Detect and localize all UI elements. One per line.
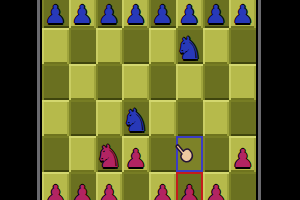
square-d7[interactable]: ♟ [122, 0, 149, 28]
red-pawn-d3: ♟ [124, 146, 146, 171]
square-e4[interactable] [149, 100, 176, 136]
square-h6[interactable] [229, 28, 256, 64]
square-c2[interactable]: ♟ [96, 172, 123, 200]
square-d5[interactable] [122, 64, 149, 100]
square-a2[interactable]: ♟ [42, 172, 69, 200]
red-pawn-g2: ♟ [205, 182, 227, 200]
square-b5[interactable] [69, 64, 96, 100]
game-screen: ♟♟♟♟♟♟♟♟♞♞♞♟♟♟♟♟♟♟♟ [0, 0, 300, 200]
square-e7[interactable]: ♟ [149, 0, 176, 28]
square-e3[interactable] [149, 136, 176, 172]
square-d2[interactable] [122, 172, 149, 200]
blue-pawn-b7: ♟ [71, 2, 93, 27]
square-g2[interactable]: ♟ [203, 172, 230, 200]
square-h2[interactable] [229, 172, 256, 200]
square-c7[interactable]: ♟ [96, 0, 123, 28]
square-c5[interactable] [96, 64, 123, 100]
square-b2[interactable]: ♟ [69, 172, 96, 200]
square-d3[interactable]: ♟ [122, 136, 149, 172]
square-c4[interactable] [96, 100, 123, 136]
blue-pawn-c7: ♟ [98, 2, 120, 27]
red-pawn-b2: ♟ [71, 182, 93, 200]
square-b3[interactable] [69, 136, 96, 172]
square-h5[interactable] [229, 64, 256, 100]
square-c6[interactable] [96, 28, 123, 64]
square-h3[interactable]: ♟ [229, 136, 256, 172]
blue-knight-f6: ♞ [175, 33, 203, 64]
square-d4[interactable]: ♞ [122, 100, 149, 136]
square-a7[interactable]: ♟ [42, 0, 69, 28]
square-c3[interactable]: ♞ [96, 136, 123, 172]
right-frame-line [258, 0, 261, 200]
square-b7[interactable]: ♟ [69, 0, 96, 28]
square-a5[interactable] [42, 64, 69, 100]
square-e2[interactable]: ♟ [149, 172, 176, 200]
chess-board: ♟♟♟♟♟♟♟♟♞♞♞♟♟♟♟♟♟♟♟ [42, 0, 256, 200]
blue-pawn-e7: ♟ [151, 2, 173, 27]
square-g5[interactable] [203, 64, 230, 100]
square-h4[interactable] [229, 100, 256, 136]
red-pawn-f2: ♟ [178, 182, 200, 200]
left-frame-line [37, 0, 40, 200]
square-a4[interactable] [42, 100, 69, 136]
red-pawn-c2: ♟ [98, 182, 120, 200]
square-g6[interactable] [203, 28, 230, 64]
blue-pawn-d7: ♟ [124, 2, 146, 27]
blue-knight-d4: ♞ [122, 105, 150, 136]
blue-pawn-g7: ♟ [205, 2, 227, 27]
square-f6[interactable]: ♞ [176, 28, 203, 64]
square-a3[interactable] [42, 136, 69, 172]
square-g7[interactable]: ♟ [203, 0, 230, 28]
blue-pawn-f7: ♟ [178, 2, 200, 27]
red-pawn-h3: ♟ [231, 146, 253, 171]
square-g4[interactable] [203, 100, 230, 136]
square-b6[interactable] [69, 28, 96, 64]
square-f4[interactable] [176, 100, 203, 136]
square-a6[interactable] [42, 28, 69, 64]
square-f5[interactable] [176, 64, 203, 100]
blue-pawn-a7: ♟ [44, 2, 66, 27]
square-f7[interactable]: ♟ [176, 0, 203, 28]
square-g3[interactable] [203, 136, 230, 172]
red-pawn-a2: ♟ [44, 182, 66, 200]
blue-pawn-h7: ♟ [231, 2, 253, 27]
square-b4[interactable] [69, 100, 96, 136]
square-f2[interactable]: ♟ [176, 172, 203, 200]
red-pawn-e2: ♟ [151, 182, 173, 200]
square-e6[interactable] [149, 28, 176, 64]
red-knight-c3: ♞ [95, 141, 123, 172]
square-h7[interactable]: ♟ [229, 0, 256, 28]
square-f3[interactable] [176, 136, 203, 172]
square-e5[interactable] [149, 64, 176, 100]
square-d6[interactable] [122, 28, 149, 64]
